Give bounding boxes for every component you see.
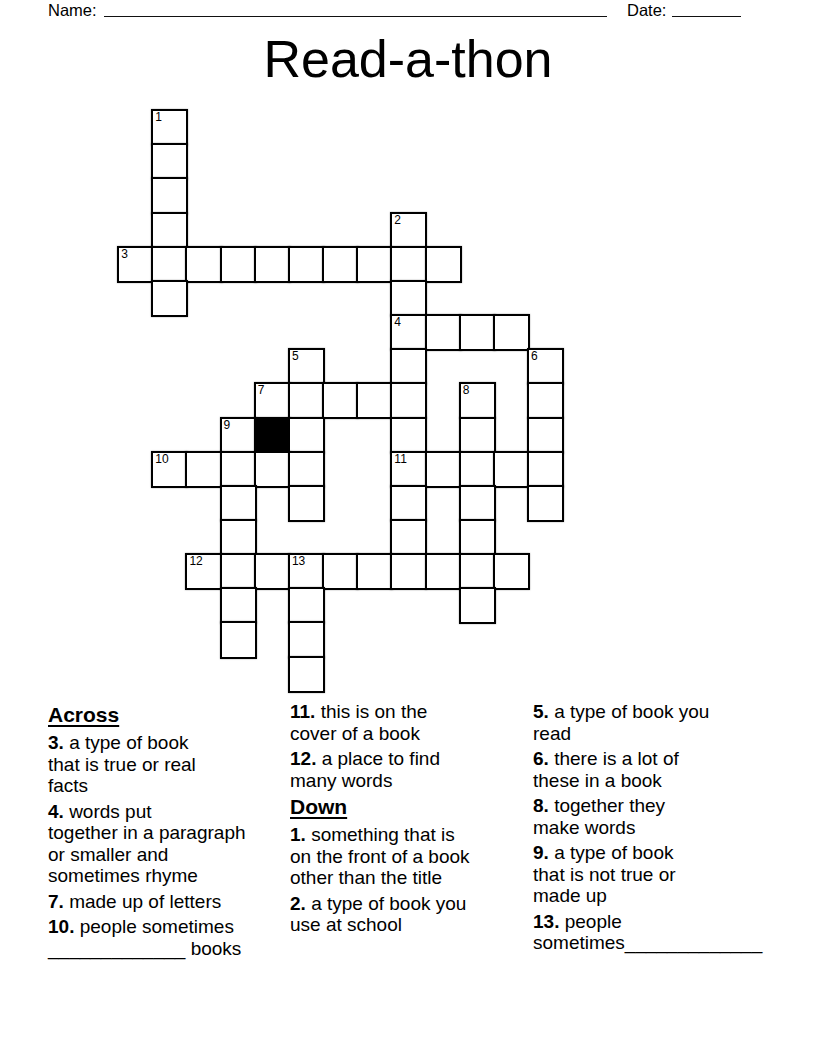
clue-number-8: 8 — [463, 384, 470, 397]
grid-cell-r4c8[interactable] — [390, 246, 427, 283]
grid-cell-r13c7[interactable] — [356, 553, 393, 590]
clue-label: 6. — [533, 748, 549, 769]
grid-cell-r9c12[interactable] — [527, 417, 564, 454]
grid-cell-r13c6[interactable] — [322, 553, 359, 590]
clue-label: 3. — [48, 732, 64, 753]
clue-8: 8. together they make words — [533, 795, 777, 838]
clues-column-1: Across3. a type of book that is true or … — [48, 701, 290, 963]
grid-cell-r8c12[interactable] — [527, 382, 564, 419]
clue-number-4: 4 — [394, 316, 401, 329]
grid-cell-r7c12[interactable]: 6 — [527, 348, 564, 385]
grid-cell-r11c5[interactable] — [288, 485, 325, 522]
clue-11: 11. this is on the cover of a book — [290, 701, 528, 744]
clue-label: 13. — [533, 911, 559, 932]
grid-cell-r0c1[interactable]: 1 — [151, 109, 188, 146]
clue-2: 2. a type of book you use at school — [290, 893, 528, 936]
grid-cell-r12c8[interactable] — [390, 519, 427, 556]
grid-cell-r13c10[interactable] — [459, 553, 496, 590]
grid-cell-r13c2[interactable]: 12 — [185, 553, 222, 590]
grid-cell-r12c3[interactable] — [220, 519, 257, 556]
clue-text: a type of book you read — [533, 701, 709, 744]
grid-cell-r5c8[interactable] — [390, 280, 427, 317]
clue-label: 5. — [533, 701, 549, 722]
clue-7: 7. made up of letters — [48, 891, 290, 913]
grid-cell-r10c12[interactable] — [527, 451, 564, 488]
clue-text: made up of letters — [69, 891, 221, 912]
clue-13: 13. people sometimes_____________ — [533, 911, 777, 954]
grid-cell-r6c9[interactable] — [425, 314, 462, 351]
clue-number-13: 13 — [292, 555, 305, 568]
grid-cell-r13c9[interactable] — [425, 553, 462, 590]
grid-cell-r5c1[interactable] — [151, 280, 188, 317]
clue-text: a type of book you use at school — [290, 893, 466, 936]
grid-cell-r7c8[interactable] — [390, 348, 427, 385]
grid-cell-r3c1[interactable] — [151, 212, 188, 249]
grid-cell-r11c3[interactable] — [220, 485, 257, 522]
clue-number-12: 12 — [189, 555, 202, 568]
grid-cell-r8c4[interactable]: 7 — [254, 382, 291, 419]
grid-cell-r3c8[interactable]: 2 — [390, 212, 427, 249]
grid-cell-r4c3[interactable] — [220, 246, 257, 283]
clues-header-across: Across — [48, 703, 290, 727]
grid-cell-r4c6[interactable] — [322, 246, 359, 283]
clue-label: 8. — [533, 795, 549, 816]
clues-header-down: Down — [290, 795, 528, 819]
grid-cell-r4c5[interactable] — [288, 246, 325, 283]
clue-number-10: 10 — [155, 453, 168, 466]
grid-cell-r10c1[interactable]: 10 — [151, 451, 188, 488]
grid-cell-r4c1[interactable] — [151, 246, 188, 283]
grid-cell-r4c9[interactable] — [425, 246, 462, 283]
clue-9: 9. a type of book that is not true or ma… — [533, 842, 777, 907]
grid-cell-r10c9[interactable] — [425, 451, 462, 488]
clue-label: 10. — [48, 916, 74, 937]
grid-cell-r11c10[interactable] — [459, 485, 496, 522]
grid-cell-r14c5[interactable] — [288, 587, 325, 624]
grid-cell-r4c7[interactable] — [356, 246, 393, 283]
grid-cell-r13c8[interactable] — [390, 553, 427, 590]
grid-cell-r13c11[interactable] — [493, 553, 530, 590]
clue-number-5: 5 — [292, 350, 299, 363]
clue-label: 1. — [290, 824, 306, 845]
grid-cell-r6c8[interactable]: 4 — [390, 314, 427, 351]
clue-text: something that is on the front of a book… — [290, 824, 470, 888]
grid-cell-r4c4[interactable] — [254, 246, 291, 283]
clue-text: a type of book that is true or real fact… — [48, 732, 196, 796]
clue-text: people sometimes_____________ — [533, 911, 762, 954]
grid-cell-r6c11[interactable] — [493, 314, 530, 351]
grid-cell-r11c8[interactable] — [390, 485, 427, 522]
grid-cell-r15c5[interactable] — [288, 621, 325, 658]
clue-4: 4. words put together in a paragraph or … — [48, 801, 290, 887]
clue-text: people sometimes _____________ books — [48, 916, 241, 959]
clue-number-11: 11 — [394, 453, 406, 466]
clue-5: 5. a type of book you read — [533, 701, 777, 744]
clue-text: there is a lot of these in a book — [533, 748, 679, 791]
grid-cell-r9c8[interactable] — [390, 417, 427, 454]
clue-number-2: 2 — [394, 214, 401, 227]
clue-label: 4. — [48, 801, 64, 822]
grid-cell-r8c5[interactable] — [288, 382, 325, 419]
blocked-cell — [254, 417, 291, 454]
grid-cell-r9c10[interactable] — [459, 417, 496, 454]
grid-cell-r7c5[interactable]: 5 — [288, 348, 325, 385]
grid-cell-r9c5[interactable] — [288, 417, 325, 454]
clue-number-9: 9 — [224, 419, 231, 432]
grid-cell-r10c8[interactable]: 11 — [390, 451, 427, 488]
grid-cell-r8c8[interactable] — [390, 382, 427, 419]
clue-10: 10. people sometimes _____________ books — [48, 916, 290, 959]
clue-number-7: 7 — [258, 384, 265, 397]
grid-cell-r4c0[interactable]: 3 — [117, 246, 154, 283]
clue-text: a type of book that is not true or made … — [533, 842, 676, 906]
grid-cell-r10c10[interactable] — [459, 451, 496, 488]
grid-cell-r8c10[interactable]: 8 — [459, 382, 496, 419]
grid-cell-r4c2[interactable] — [185, 246, 222, 283]
clue-text: together they make words — [533, 795, 665, 838]
clue-3: 3. a type of book that is true or real f… — [48, 732, 290, 797]
grid-cell-r10c2[interactable] — [185, 451, 222, 488]
grid-cell-r10c11[interactable] — [493, 451, 530, 488]
clue-number-1: 1 — [155, 111, 162, 124]
grid-cell-r8c6[interactable] — [322, 382, 359, 419]
clue-12: 12. a place to find many words — [290, 748, 528, 791]
grid-cell-r13c3[interactable] — [220, 553, 257, 590]
grid-cell-r16c5[interactable] — [288, 656, 325, 693]
clue-6: 6. there is a lot of these in a book — [533, 748, 777, 791]
grid-cell-r15c3[interactable] — [220, 621, 257, 658]
grid-cell-r13c4[interactable] — [254, 553, 291, 590]
crossword-grid: 12345678910111213 — [0, 0, 816, 700]
clue-number-3: 3 — [121, 248, 128, 261]
clues-column-3: 5. a type of book you read6. there is a … — [533, 701, 777, 958]
grid-cell-r1c1[interactable] — [151, 143, 188, 180]
clue-label: 2. — [290, 893, 306, 914]
grid-cell-r11c12[interactable] — [527, 485, 564, 522]
grid-cell-r14c10[interactable] — [459, 587, 496, 624]
clue-text: words put together in a paragraph or sma… — [48, 801, 246, 887]
grid-cell-r14c3[interactable] — [220, 587, 257, 624]
grid-cell-r12c10[interactable] — [459, 519, 496, 556]
clue-label: 11. — [290, 701, 315, 722]
grid-cell-r13c5[interactable]: 13 — [288, 553, 325, 590]
clue-label: 7. — [48, 891, 64, 912]
grid-cell-r9c3[interactable]: 9 — [220, 417, 257, 454]
grid-cell-r10c4[interactable] — [254, 451, 291, 488]
clue-number-6: 6 — [531, 350, 538, 363]
grid-cell-r10c5[interactable] — [288, 451, 325, 488]
grid-cell-r10c3[interactable] — [220, 451, 257, 488]
clues-column-2: 11. this is on the cover of a book12. a … — [290, 701, 528, 940]
grid-cell-r8c7[interactable] — [356, 382, 393, 419]
clue-1: 1. something that is on the front of a b… — [290, 824, 528, 889]
grid-cell-r2c1[interactable] — [151, 177, 188, 214]
clue-label: 12. — [290, 748, 316, 769]
clue-label: 9. — [533, 842, 549, 863]
worksheet-page: { "game": "crossword", "title": "Read-a-… — [0, 0, 816, 1056]
grid-cell-r6c10[interactable] — [459, 314, 496, 351]
